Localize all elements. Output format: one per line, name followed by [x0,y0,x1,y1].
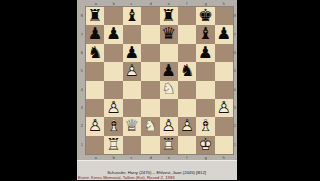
white-bishop-piece: ♝♗ [105,118,122,135]
square-a7[interactable]: ♟ [86,25,104,43]
square-c3[interactable] [123,99,141,117]
black-pawn-piece: ♟ [160,63,177,80]
black-knight-piece: ♞ [179,63,196,80]
detail-token: Length: 36 [131,180,151,181]
black-king-piece: ♚ [197,8,214,25]
square-a1[interactable] [86,136,104,154]
square-e2[interactable]: ♟♙ [160,117,178,135]
black-pawn-piece: ♟ [197,45,214,62]
square-e7[interactable]: ♛ [160,25,178,43]
black-bishop-piece: ♝ [197,26,214,43]
rank-label-right-5: 5 [233,62,237,80]
square-b2[interactable]: ♝♗ [104,117,122,135]
file-label-top-e: e [160,1,178,7]
video-frame: abcdefgh 87654321 ♜♝♜♚♟♟♛♝♟♞♟♟♟♙♟♞♞♘♟♙♟♙… [0,0,320,180]
square-c2[interactable]: ♛♕ [123,117,141,135]
square-h6[interactable] [215,44,233,62]
square-f2[interactable]: ♟♙ [178,117,196,135]
game-info-bar: Schussler, Harry (2470) -- Ehlvest, Jaan… [77,160,237,181]
details-line: W: 2483Nov 19, 1983Length: 36Material = [78,180,182,181]
square-a5[interactable] [86,62,104,80]
chess-viewer-panel: abcdefgh 87654321 ♜♝♜♚♟♟♛♝♟♞♟♟♟♙♟♞♞♘♟♙♟♙… [77,0,237,180]
square-g1[interactable]: ♚♔ [196,136,214,154]
square-h4[interactable] [215,81,233,99]
square-b4[interactable] [104,81,122,99]
rank-label-left-5: 5 [77,62,86,80]
square-a3[interactable] [86,99,104,117]
black-rook-piece: ♜ [160,8,177,25]
square-g6[interactable]: ♟ [196,44,214,62]
file-label-top-a: a [86,1,104,7]
white-pawn-piece: ♟♙ [179,118,196,135]
square-g7[interactable]: ♝ [196,25,214,43]
square-g8[interactable]: ♚ [196,7,214,25]
black-knight-piece: ♞ [87,45,104,62]
file-labels-top: abcdefgh [86,1,233,7]
rank-label-right-3: 3 [233,99,237,117]
event-line: Event: Keres Memorial, Tallinn (Est), Ro… [78,175,175,179]
detail-token: Nov 19, 1983 [100,180,125,181]
square-e3[interactable] [160,99,178,117]
file-label-top-g: g [196,1,214,7]
square-e8[interactable]: ♜ [160,7,178,25]
square-h2[interactable] [215,117,233,135]
rank-label-left-8: 8 [77,7,86,25]
square-f1[interactable] [178,136,196,154]
black-bishop-piece: ♝ [124,8,141,25]
black-pawn-piece: ♟ [87,26,104,43]
square-c5[interactable]: ♟♙ [123,62,141,80]
square-b6[interactable] [104,44,122,62]
white-queen-piece: ♛♕ [124,118,141,135]
square-b1[interactable]: ♜♖ [104,136,122,154]
square-g5[interactable] [196,62,214,80]
rank-label-left-1: 1 [77,136,86,154]
square-f3[interactable] [178,99,196,117]
square-d4[interactable] [141,81,159,99]
square-d8[interactable] [141,7,159,25]
square-c1[interactable] [123,136,141,154]
square-h5[interactable] [215,62,233,80]
black-pawn-piece: ♟ [216,26,233,43]
square-e4[interactable]: ♞♘ [160,81,178,99]
square-a6[interactable]: ♞ [86,44,104,62]
black-pawn-piece: ♟ [105,26,122,43]
rank-labels-right: 87654321 [233,7,237,154]
black-rook-piece: ♜ [87,8,104,25]
rank-label-left-7: 7 [77,25,86,43]
square-e1[interactable]: ♜♖ [160,136,178,154]
square-c7[interactable] [123,25,141,43]
white-knight-piece: ♞♘ [160,81,177,98]
square-a8[interactable]: ♜ [86,7,104,25]
square-d2[interactable]: ♞♘ [141,117,159,135]
square-f6[interactable] [178,44,196,62]
white-rook-piece: ♜♖ [160,137,177,154]
square-d3[interactable] [141,99,159,117]
square-g2[interactable]: ♝♗ [196,117,214,135]
detail-token: Material = [157,180,176,181]
rank-label-right-8: 8 [233,7,237,25]
square-b8[interactable] [104,7,122,25]
rank-labels-left: 87654321 [77,7,86,154]
square-e6[interactable] [160,44,178,62]
detail-token: W: 2483 [78,180,94,181]
rank-label-left-2: 2 [77,117,86,135]
square-d6[interactable] [141,44,159,62]
players-line-row: Schussler, Harry (2470) -- Ehlvest, Jaan… [77,161,237,166]
square-c6[interactable]: ♟ [123,44,141,62]
chess-board: ♜♝♜♚♟♟♛♝♟♞♟♟♟♙♟♞♞♘♟♙♟♙♟♙♝♗♛♕♞♘♟♙♟♙♝♗♜♖♜♖… [86,7,233,154]
square-e5[interactable]: ♟ [160,62,178,80]
square-f4[interactable] [178,81,196,99]
white-pawn-piece: ♟♙ [105,100,122,117]
players-line: Schussler, Harry (2470) -- Ehlvest, Jaan… [108,170,207,174]
file-label-top-c: c [123,1,141,7]
square-h3[interactable]: ♟♙ [215,99,233,117]
white-pawn-piece: ♟♙ [160,118,177,135]
square-c4[interactable] [123,81,141,99]
square-a4[interactable] [86,81,104,99]
rank-label-left-3: 3 [77,99,86,117]
square-d1[interactable] [141,136,159,154]
white-pawn-piece: ♟♙ [216,100,233,117]
square-c8[interactable]: ♝ [123,7,141,25]
black-pawn-piece: ♟ [124,45,141,62]
white-pawn-piece: ♟♙ [124,63,141,80]
rank-label-right-2: 2 [233,117,237,135]
square-d7[interactable] [141,25,159,43]
square-f5[interactable]: ♞ [178,62,196,80]
square-h7[interactable]: ♟ [215,25,233,43]
square-g4[interactable] [196,81,214,99]
black-queen-piece: ♛ [160,26,177,43]
square-b7[interactable]: ♟ [104,25,122,43]
square-h1[interactable] [215,136,233,154]
white-rook-piece: ♜♖ [105,137,122,154]
rank-label-right-1: 1 [233,136,237,154]
rank-label-right-4: 4 [233,81,237,99]
white-bishop-piece: ♝♗ [197,118,214,135]
square-a2[interactable]: ♟♙ [86,117,104,135]
white-pawn-piece: ♟♙ [87,118,104,135]
square-f8[interactable] [178,7,196,25]
square-d5[interactable] [141,62,159,80]
file-label-top-b: b [104,1,122,7]
rank-label-left-4: 4 [77,81,86,99]
white-king-piece: ♚♔ [197,137,214,154]
square-f7[interactable] [178,25,196,43]
white-knight-piece: ♞♘ [142,118,159,135]
rank-label-right-6: 6 [233,44,237,62]
rank-label-right-7: 7 [233,25,237,43]
square-g3[interactable] [196,99,214,117]
square-b5[interactable] [104,62,122,80]
file-label-top-h: h [215,1,233,7]
file-label-top-d: d [141,1,159,7]
file-label-top-f: f [178,1,196,7]
square-h8[interactable] [215,7,233,25]
square-b3[interactable]: ♟♙ [104,99,122,117]
rank-label-left-6: 6 [77,44,86,62]
